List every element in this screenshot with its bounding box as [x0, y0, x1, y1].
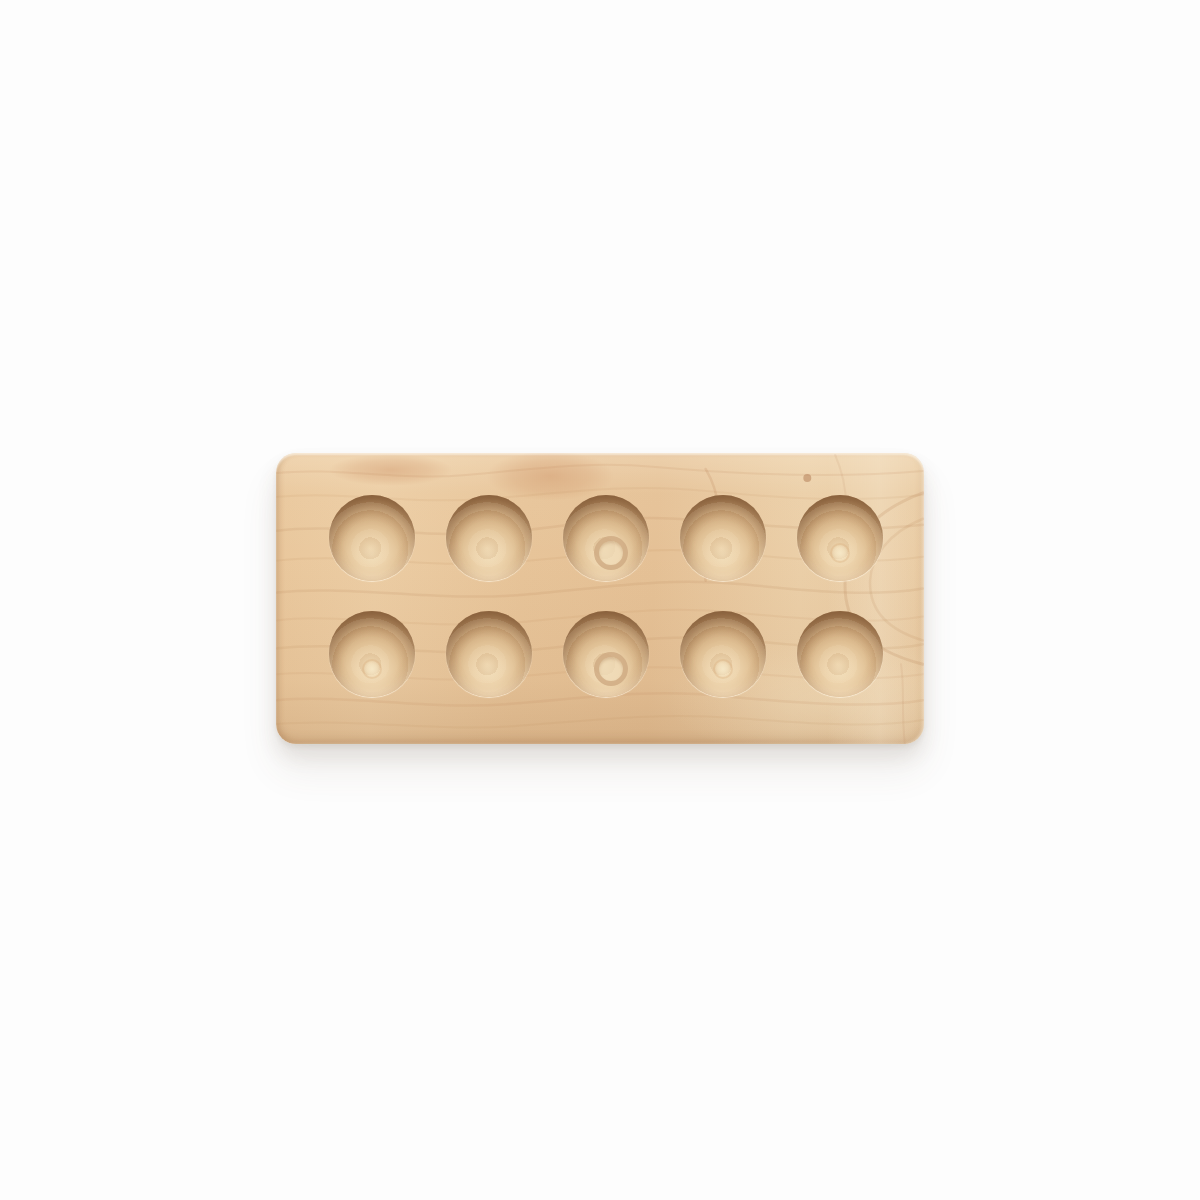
- pit-a5[interactable]: [797, 495, 883, 581]
- pit-growth-rings: [446, 495, 532, 581]
- pit-growth-rings: [446, 611, 532, 697]
- pit-growth-rings: [329, 611, 415, 697]
- white-studio-background: [0, 0, 1200, 1200]
- pit-grid: [276, 453, 924, 744]
- pit-growth-rings: [329, 495, 415, 581]
- pit-growth-rings: [797, 611, 883, 697]
- pit-b5[interactable]: [797, 611, 883, 697]
- pit-a1[interactable]: [329, 495, 415, 581]
- mancala-board: [276, 453, 924, 744]
- pit-b4[interactable]: [680, 611, 766, 697]
- pit-growth-rings: [797, 495, 883, 581]
- pit-growth-rings: [680, 611, 766, 697]
- pit-a4[interactable]: [680, 495, 766, 581]
- pit-growth-rings: [680, 495, 766, 581]
- pit-b3[interactable]: [563, 611, 649, 697]
- pit-a2[interactable]: [446, 495, 532, 581]
- pit-a3[interactable]: [563, 495, 649, 581]
- pit-b2[interactable]: [446, 611, 532, 697]
- pit-b1[interactable]: [329, 611, 415, 697]
